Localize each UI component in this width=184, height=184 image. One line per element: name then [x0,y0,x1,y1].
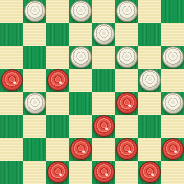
white-checker-piece[interactable] [139,69,161,91]
red-checker-piece[interactable] [70,138,92,160]
square-r2c7[interactable] [161,46,184,69]
white-checker-piece[interactable] [116,46,138,68]
square-r1c3 [69,23,92,46]
white-checker-piece[interactable] [70,46,92,68]
square-r3c3 [69,69,92,92]
square-r4c2 [46,92,69,115]
square-r6c6 [138,138,161,161]
square-r5c6[interactable] [138,115,161,138]
square-r6c2 [46,138,69,161]
square-r5c0[interactable] [0,115,23,138]
square-r0c7[interactable] [161,0,184,23]
square-r1c0[interactable] [0,23,23,46]
square-r5c5 [115,115,138,138]
square-r4c4 [92,92,115,115]
square-r7c0[interactable] [0,161,23,184]
square-r0c3[interactable] [69,0,92,23]
white-checker-piece[interactable] [162,92,184,114]
square-r5c1 [23,115,46,138]
red-checker-piece[interactable] [1,69,23,91]
square-r6c5[interactable] [115,138,138,161]
square-r2c0 [0,46,23,69]
square-r0c5[interactable] [115,0,138,23]
square-r1c2[interactable] [46,23,69,46]
square-r6c1[interactable] [23,138,46,161]
square-r5c7 [161,115,184,138]
square-r5c3 [69,115,92,138]
white-checker-piece[interactable] [24,0,46,22]
square-r4c7[interactable] [161,92,184,115]
white-checker-piece[interactable] [162,46,184,68]
square-r6c4 [92,138,115,161]
square-r1c4[interactable] [92,23,115,46]
square-r3c2[interactable] [46,69,69,92]
square-r7c4[interactable] [92,161,115,184]
square-r1c7 [161,23,184,46]
square-r4c0 [0,92,23,115]
square-r1c5 [115,23,138,46]
square-r2c5[interactable] [115,46,138,69]
red-checker-piece[interactable] [47,69,69,91]
square-r0c1[interactable] [23,0,46,23]
red-checker-piece[interactable] [47,161,69,183]
red-checker-piece[interactable] [162,138,184,160]
square-r0c0 [0,0,23,23]
square-r0c4 [92,0,115,23]
square-r0c2 [46,0,69,23]
square-r5c2[interactable] [46,115,69,138]
square-r5c4[interactable] [92,115,115,138]
square-r1c6[interactable] [138,23,161,46]
square-r7c1 [23,161,46,184]
square-r2c2 [46,46,69,69]
white-checker-piece[interactable] [93,23,115,45]
white-checker-piece[interactable] [24,92,46,114]
white-checker-piece[interactable] [70,0,92,22]
square-r7c2[interactable] [46,161,69,184]
square-r4c6 [138,92,161,115]
square-r2c4 [92,46,115,69]
square-r3c6[interactable] [138,69,161,92]
square-r3c4[interactable] [92,69,115,92]
square-r2c6 [138,46,161,69]
red-checker-piece[interactable] [93,115,115,137]
red-checker-piece[interactable] [93,161,115,183]
square-r1c1 [23,23,46,46]
square-r2c3[interactable] [69,46,92,69]
square-r6c0 [0,138,23,161]
square-r4c1[interactable] [23,92,46,115]
red-checker-piece[interactable] [116,92,138,114]
square-r4c3[interactable] [69,92,92,115]
square-r6c3[interactable] [69,138,92,161]
red-checker-piece[interactable] [116,138,138,160]
square-r0c6 [138,0,161,23]
square-r4c5[interactable] [115,92,138,115]
square-r3c7 [161,69,184,92]
red-checker-piece[interactable] [139,161,161,183]
square-r6c7[interactable] [161,138,184,161]
square-r7c3 [69,161,92,184]
square-r2c1[interactable] [23,46,46,69]
square-r7c6[interactable] [138,161,161,184]
square-r7c7 [161,161,184,184]
square-r3c1 [23,69,46,92]
square-r3c5 [115,69,138,92]
checkers-board [0,0,184,184]
square-r3c0[interactable] [0,69,23,92]
square-r7c5 [115,161,138,184]
white-checker-piece[interactable] [116,0,138,22]
